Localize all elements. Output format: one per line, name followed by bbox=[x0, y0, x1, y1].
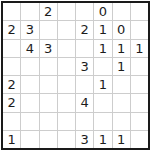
cell-r7c4-clue[interactable]: 3 bbox=[76, 131, 93, 148]
cell-r6c6[interactable] bbox=[113, 113, 130, 130]
cell-r6c2[interactable] bbox=[40, 113, 57, 130]
cell-r2c1-clue[interactable]: 4 bbox=[21, 40, 38, 57]
cell-r3c3[interactable] bbox=[58, 58, 75, 75]
cell-r2c6-clue[interactable]: 1 bbox=[113, 40, 130, 57]
cell-r4c4[interactable] bbox=[76, 76, 93, 93]
cell-r0c1[interactable] bbox=[21, 3, 38, 20]
cell-r0c0[interactable] bbox=[3, 3, 20, 20]
cell-r7c0-clue[interactable]: 1 bbox=[3, 131, 20, 148]
cell-r2c3[interactable] bbox=[58, 40, 75, 57]
cell-r0c7[interactable] bbox=[131, 3, 148, 20]
cell-r5c4-clue[interactable]: 4 bbox=[76, 94, 93, 111]
cell-r0c2-clue[interactable]: 2 bbox=[40, 3, 57, 20]
cell-r0c5-clue[interactable]: 0 bbox=[94, 3, 111, 20]
cell-r3c4-clue[interactable]: 3 bbox=[76, 58, 93, 75]
cell-r3c2[interactable] bbox=[40, 58, 57, 75]
cell-r3c0[interactable] bbox=[3, 58, 20, 75]
cell-r3c7[interactable] bbox=[131, 58, 148, 75]
cell-r2c7-clue[interactable]: 1 bbox=[131, 40, 148, 57]
cell-r2c0[interactable] bbox=[3, 40, 20, 57]
cell-r5c5[interactable] bbox=[94, 94, 111, 111]
cell-r2c5-clue[interactable]: 1 bbox=[94, 40, 111, 57]
cell-r1c7[interactable] bbox=[131, 21, 148, 38]
cell-r5c7[interactable] bbox=[131, 94, 148, 111]
cell-r3c5[interactable] bbox=[94, 58, 111, 75]
cell-r3c1[interactable] bbox=[21, 58, 38, 75]
cell-r7c5-clue[interactable]: 1 bbox=[94, 131, 111, 148]
cell-r6c0[interactable] bbox=[3, 113, 20, 130]
cell-r6c1[interactable] bbox=[21, 113, 38, 130]
cell-r6c7[interactable] bbox=[131, 113, 148, 130]
cell-r0c3[interactable] bbox=[58, 3, 75, 20]
cell-r5c2[interactable] bbox=[40, 94, 57, 111]
cell-r4c6[interactable] bbox=[113, 76, 130, 93]
cell-r1c6-clue[interactable]: 0 bbox=[113, 21, 130, 38]
cell-r1c2[interactable] bbox=[40, 21, 57, 38]
cell-r1c1-clue[interactable]: 3 bbox=[21, 21, 38, 38]
cell-r6c4[interactable] bbox=[76, 113, 93, 130]
cell-r4c2[interactable] bbox=[40, 76, 57, 93]
cell-r4c7[interactable] bbox=[131, 76, 148, 93]
cell-r2c2-clue[interactable]: 3 bbox=[40, 40, 57, 57]
cell-r7c2[interactable] bbox=[40, 131, 57, 148]
cell-r4c0-clue[interactable]: 2 bbox=[3, 76, 20, 93]
cell-r5c6[interactable] bbox=[113, 94, 130, 111]
cell-r1c3[interactable] bbox=[58, 21, 75, 38]
puzzle-page: 2023210431113121241311 bbox=[0, 0, 150, 150]
cell-r1c4-clue[interactable]: 2 bbox=[76, 21, 93, 38]
cell-r2c4[interactable] bbox=[76, 40, 93, 57]
cell-r4c1[interactable] bbox=[21, 76, 38, 93]
cell-r6c5[interactable] bbox=[94, 113, 111, 130]
puzzle-board: 2023210431113121241311 bbox=[1, 1, 150, 150]
cell-r7c7[interactable] bbox=[131, 131, 148, 148]
cell-r7c6-clue[interactable]: 1 bbox=[113, 131, 130, 148]
cell-r5c1[interactable] bbox=[21, 94, 38, 111]
cell-r0c6[interactable] bbox=[113, 3, 130, 20]
cell-r5c0-clue[interactable]: 2 bbox=[3, 94, 20, 111]
cell-r1c5-clue[interactable]: 1 bbox=[94, 21, 111, 38]
cell-r7c1[interactable] bbox=[21, 131, 38, 148]
cell-r6c3[interactable] bbox=[58, 113, 75, 130]
cell-r7c3[interactable] bbox=[58, 131, 75, 148]
cell-r4c5-clue[interactable]: 1 bbox=[94, 76, 111, 93]
cell-r5c3[interactable] bbox=[58, 94, 75, 111]
cell-r3c6-clue[interactable]: 1 bbox=[113, 58, 130, 75]
cell-r4c3[interactable] bbox=[58, 76, 75, 93]
cell-r0c4[interactable] bbox=[76, 3, 93, 20]
cell-r1c0-clue[interactable]: 2 bbox=[3, 21, 20, 38]
